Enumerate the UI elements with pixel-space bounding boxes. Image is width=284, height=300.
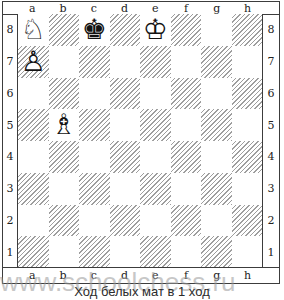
square-e3 — [140, 173, 171, 205]
square-d1 — [110, 236, 141, 268]
square-g6 — [201, 78, 232, 110]
white-pawn-piece: ♙ — [21, 48, 46, 76]
square-b2 — [49, 205, 80, 237]
file-labels-top-g: g — [202, 2, 233, 14]
square-f3 — [171, 173, 202, 205]
square-d5 — [110, 109, 141, 141]
square-a6 — [18, 78, 49, 110]
square-g3 — [201, 173, 232, 205]
white-knight-glyph: ♘ — [21, 16, 46, 44]
square-b6 — [49, 78, 80, 110]
black-king-glyph: ♚ — [82, 16, 107, 44]
white-pawn-glyph: ♙ — [21, 48, 46, 76]
square-a4 — [18, 141, 49, 173]
square-a2 — [18, 205, 49, 237]
file-labels-top-h: h — [232, 2, 263, 14]
square-c4 — [79, 141, 110, 173]
white-king-piece: ♔ — [143, 16, 168, 44]
black-king-piece: ♚ — [82, 16, 107, 44]
rank-labels-left-1: 1 — [3, 236, 17, 268]
square-f8 — [171, 14, 202, 46]
square-b7 — [49, 46, 80, 78]
file-labels-top: abcdefgh — [17, 2, 263, 14]
square-d6 — [110, 78, 141, 110]
rank-labels-left-4: 4 — [3, 141, 17, 173]
square-f6 — [171, 78, 202, 110]
rank-labels-left-6: 6 — [3, 78, 17, 110]
square-b1 — [49, 236, 80, 268]
square-h7 — [232, 46, 263, 78]
board-frame: abcdefgh 87654321 ♘♚♔♙♗ 87654321 abcdefg… — [2, 1, 280, 284]
square-d8 — [110, 14, 141, 46]
square-e2 — [140, 205, 171, 237]
rank-labels-left-5: 5 — [3, 109, 17, 141]
rank-labels-left-2: 2 — [3, 205, 17, 237]
square-g4 — [201, 141, 232, 173]
square-f4 — [171, 141, 202, 173]
puzzle-caption: Ход белых мат в 1 ход — [0, 285, 284, 299]
square-h3 — [232, 173, 263, 205]
square-e5 — [140, 109, 171, 141]
square-f7 — [171, 46, 202, 78]
white-bishop-glyph: ♗ — [51, 111, 76, 139]
square-e8: ♔ — [140, 14, 171, 46]
square-c6 — [79, 78, 110, 110]
square-h5 — [232, 109, 263, 141]
square-a7: ♙ — [18, 46, 49, 78]
file-labels-top-f: f — [171, 2, 202, 14]
square-h8 — [232, 14, 263, 46]
square-a1 — [18, 236, 49, 268]
square-f1 — [171, 236, 202, 268]
white-knight-piece: ♘ — [21, 16, 46, 44]
square-g7 — [201, 46, 232, 78]
square-b4 — [49, 141, 80, 173]
rank-labels-right-7: 7 — [263, 46, 279, 78]
rank-labels-right-2: 2 — [263, 205, 279, 237]
square-e6 — [140, 78, 171, 110]
board: ♘♚♔♙♗ — [17, 14, 263, 268]
rank-labels-right-3: 3 — [263, 173, 279, 205]
square-g2 — [201, 205, 232, 237]
square-e1 — [140, 236, 171, 268]
square-d2 — [110, 205, 141, 237]
square-c2 — [79, 205, 110, 237]
square-c8: ♚ — [79, 14, 110, 46]
square-b3 — [49, 173, 80, 205]
square-d4 — [110, 141, 141, 173]
file-labels-top-d: d — [109, 2, 140, 14]
white-king-glyph: ♔ — [143, 16, 168, 44]
rank-labels-right-5: 5 — [263, 109, 279, 141]
square-b8 — [49, 14, 80, 46]
square-e7 — [140, 46, 171, 78]
square-h1 — [232, 236, 263, 268]
square-g8 — [201, 14, 232, 46]
file-labels-top-b: b — [48, 2, 79, 14]
rank-labels-left-8: 8 — [3, 14, 17, 46]
square-h4 — [232, 141, 263, 173]
square-f5 — [171, 109, 202, 141]
rank-labels-right-6: 6 — [263, 78, 279, 110]
square-f2 — [171, 205, 202, 237]
rank-labels-right-1: 1 — [263, 236, 279, 268]
white-bishop-piece: ♗ — [51, 111, 76, 139]
rank-labels-right-4: 4 — [263, 141, 279, 173]
square-b5: ♗ — [49, 109, 80, 141]
rank-labels-left-3: 3 — [3, 173, 17, 205]
square-c7 — [79, 46, 110, 78]
square-d7 — [110, 46, 141, 78]
rank-labels-right: 87654321 — [263, 14, 279, 268]
square-g5 — [201, 109, 232, 141]
square-h6 — [232, 78, 263, 110]
square-a3 — [18, 173, 49, 205]
rank-labels-left-7: 7 — [3, 46, 17, 78]
square-d3 — [110, 173, 141, 205]
rank-labels-left: 87654321 — [3, 14, 17, 268]
square-c5 — [79, 109, 110, 141]
rank-labels-right-8: 8 — [263, 14, 279, 46]
square-c3 — [79, 173, 110, 205]
chess-puzzle-page: { "game": "chess", "position": { "fen": … — [0, 0, 284, 300]
square-a8: ♘ — [18, 14, 49, 46]
square-a5 — [18, 109, 49, 141]
square-h2 — [232, 205, 263, 237]
square-c1 — [79, 236, 110, 268]
square-g1 — [201, 236, 232, 268]
square-e4 — [140, 141, 171, 173]
